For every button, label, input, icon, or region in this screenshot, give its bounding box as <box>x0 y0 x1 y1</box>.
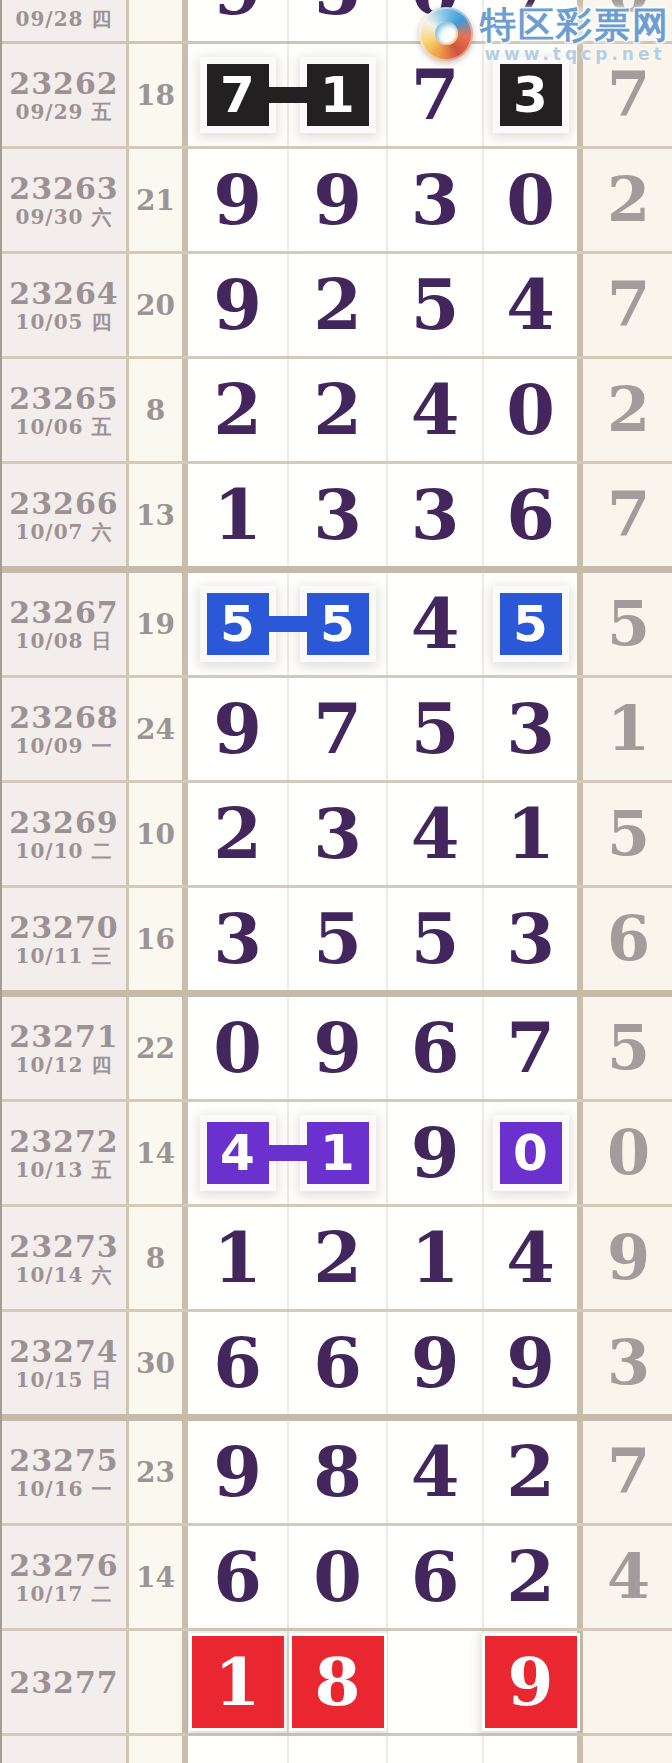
span-count-cell: 19 <box>129 573 188 675</box>
draw-date: 10/10 二 <box>16 839 113 863</box>
issue-number: 23265 <box>9 382 118 415</box>
digit-cell: 0 <box>484 149 583 251</box>
chart-row: 2327510/16 一2398427 <box>2 1421 672 1526</box>
digit-cell: 7 <box>289 678 388 780</box>
tail-digit: 3 <box>607 1332 650 1394</box>
digit-cell: 3 <box>484 44 583 146</box>
digit-cell: 2 <box>188 359 289 461</box>
tail-digit: 0 <box>607 1122 650 1184</box>
digit-cell: 2 <box>484 1421 583 1523</box>
chart-row: 2327110/12 四2209675 <box>2 997 672 1102</box>
winning-digit: 6 <box>213 1328 262 1398</box>
tail-digit-cell: 2 <box>583 149 672 251</box>
chart-row: 2326510/06 五822402 <box>2 359 672 464</box>
tail-digit: 5 <box>607 593 650 655</box>
digit-cell: 6 <box>388 1526 484 1628</box>
chart-row: 2326209/29 五1871737 <box>2 44 672 149</box>
digit-cell: 0 <box>388 0 484 41</box>
chart-row: 2326610/07 六1313367 <box>2 464 672 573</box>
span-count-cell: 8 <box>129 359 188 461</box>
chart-row: 2327010/11 三1635536 <box>2 888 672 997</box>
issue-number: 23271 <box>9 1020 118 1053</box>
issue-cell: 2327110/12 四 <box>2 997 129 1099</box>
tail-digit-cell: 4 <box>583 1526 672 1628</box>
winning-digit: 6 <box>313 1328 362 1398</box>
highlight-violet-square: 4 <box>207 1122 269 1184</box>
digit-cell: 9 <box>484 1312 583 1414</box>
tail-digit-cell: 7 <box>583 254 672 356</box>
chart-row: 2326910/10 二1023415 <box>2 783 672 888</box>
span-count: 8 <box>146 1242 165 1275</box>
span-count-cell <box>129 1631 188 1733</box>
tail-digit-cell: 0 <box>583 1102 672 1204</box>
span-count-cell: 21 <box>129 149 188 251</box>
digit-cell: 5 <box>484 573 583 675</box>
winning-digit: 2 <box>313 375 362 445</box>
digit-cell: 0 <box>289 1526 388 1628</box>
span-count-cell: 23 <box>129 1421 188 1523</box>
winning-digit: 0 <box>213 1013 262 1083</box>
tail-digit-cell: 5 <box>583 573 672 675</box>
issue-cell: 2327210/13 五 <box>2 1102 129 1204</box>
digit-cell: 4 <box>388 359 484 461</box>
span-count-cell: 10 <box>129 783 188 885</box>
digit-cell: 5 <box>388 254 484 356</box>
tail-digit: 7 <box>607 64 650 126</box>
issue-number: 23267 <box>9 596 118 629</box>
digit-cell <box>388 1631 484 1733</box>
draw-date: 10/05 四 <box>16 310 113 334</box>
digit-cell: 8 <box>289 1631 388 1733</box>
winning-digit: 2 <box>506 1542 555 1612</box>
winning-digit: 0 <box>506 165 555 235</box>
issue-number: 23274 <box>9 1335 118 1368</box>
winning-digit: 6 <box>411 1013 460 1083</box>
winning-digit: 1 <box>506 799 555 869</box>
issue-number: 23266 <box>9 487 118 520</box>
draw-date: 10/16 一 <box>16 1477 113 1501</box>
span-count-cell: 14 <box>129 1102 188 1204</box>
tail-digit: 0 <box>607 0 650 21</box>
winning-digit: 4 <box>411 589 460 659</box>
tail-digit-cell: 7 <box>583 1421 672 1523</box>
issue-cell <box>2 1736 129 1763</box>
winning-digit: 0 <box>506 375 555 445</box>
winning-digit: 3 <box>213 904 262 974</box>
issue-number: 23272 <box>9 1125 118 1158</box>
span-count-cell: 22 <box>129 997 188 1099</box>
issue-cell: 2327510/16 一 <box>2 1421 129 1523</box>
tail-digit-cell: 7 <box>583 44 672 146</box>
issue-number: 23264 <box>9 277 118 310</box>
winning-digit: 9 <box>313 1013 362 1083</box>
issue-number: 23273 <box>9 1230 118 1263</box>
issue-number: 23276 <box>9 1549 118 1582</box>
digit-cell <box>188 1736 289 1763</box>
winning-digit: 2 <box>213 375 262 445</box>
span-count: 10 <box>136 818 175 851</box>
digit-cell: 1 <box>188 464 289 566</box>
draw-date: 10/14 六 <box>16 1263 113 1287</box>
span-count: 20 <box>136 289 175 322</box>
highlight-black-square: 3 <box>500 64 562 126</box>
digit-cell: 0 <box>188 997 289 1099</box>
tail-digit-cell <box>583 1631 672 1733</box>
winning-digit: 6 <box>411 1542 460 1612</box>
digit-cell: 4 <box>484 1207 583 1309</box>
issue-number: 23277 <box>9 1666 118 1699</box>
digit-cell: 9 <box>289 997 388 1099</box>
span-count: 22 <box>136 1032 175 1065</box>
tail-digit: 2 <box>607 379 650 441</box>
digit-cell: 0 <box>484 359 583 461</box>
span-count-cell: 30 <box>129 1312 188 1414</box>
draw-date: 10/08 日 <box>16 629 113 653</box>
tail-digit-cell: 0 <box>583 0 672 41</box>
tail-digit: 7 <box>607 1441 650 1503</box>
chart-row: 2327610/17 二1460624 <box>2 1526 672 1631</box>
draw-date: 10/09 一 <box>16 734 113 758</box>
digit-cell: 5 <box>289 888 388 990</box>
winning-digit: 3 <box>411 480 460 550</box>
tail-digit: 2 <box>607 169 650 231</box>
chart-row: 2326810/09 一2497531 <box>2 678 672 783</box>
digit-cell: 3 <box>388 149 484 251</box>
issue-cell: 2326810/09 一 <box>2 678 129 780</box>
issue-cell: 2326309/30 六 <box>2 149 129 251</box>
issue-number: 23269 <box>9 806 118 839</box>
issue-cell: 2327610/17 二 <box>2 1526 129 1628</box>
digit-cell: 6 <box>188 1312 289 1414</box>
issue-number: 23270 <box>9 911 118 944</box>
digit-cell <box>484 1736 583 1763</box>
chart-row: 2326410/05 四2092547 <box>2 254 672 359</box>
winning-digit: 3 <box>411 165 460 235</box>
chart-row: 23277189 <box>2 1631 672 1736</box>
digit-cell: 3 <box>484 888 583 990</box>
span-count: 21 <box>136 184 175 217</box>
highlight-blue-square: 5 <box>500 593 562 655</box>
tail-digit: 6 <box>607 908 650 970</box>
issue-cell: 09/28 四 <box>2 0 129 41</box>
tail-digit-cell: 9 <box>583 1207 672 1309</box>
span-count: 24 <box>136 713 175 746</box>
digit-cell: 9 <box>289 149 388 251</box>
issue-cell: 2326209/29 五 <box>2 44 129 146</box>
winning-digit: 9 <box>213 165 262 235</box>
digit-cell: 2 <box>289 359 388 461</box>
draw-date: 10/07 六 <box>16 520 113 544</box>
winning-digit: 7 <box>506 0 555 25</box>
highlight-blue-square: 5 <box>207 593 269 655</box>
digit-cell: 5 <box>388 888 484 990</box>
winning-digit: 9 <box>213 270 262 340</box>
winning-digit: 5 <box>313 904 362 974</box>
winning-digit: 3 <box>506 694 555 764</box>
draw-date: 10/15 日 <box>16 1368 113 1392</box>
issue-cell: 2326510/06 五 <box>2 359 129 461</box>
draw-date: 10/06 五 <box>16 415 113 439</box>
issue-cell: 2327410/15 日 <box>2 1312 129 1414</box>
digit-cell <box>289 1736 388 1763</box>
issue-cell: 2327010/11 三 <box>2 888 129 990</box>
winning-digit: 0 <box>313 1542 362 1612</box>
issue-cell: 2326410/05 四 <box>2 254 129 356</box>
span-count: 13 <box>136 499 175 532</box>
highlight-black-square: 7 <box>207 64 269 126</box>
tail-digit: 5 <box>607 1017 650 1079</box>
chart-row: 2327210/13 五1441900 <box>2 1102 672 1207</box>
tail-digit: 7 <box>607 484 650 546</box>
red-highlight-block: 9 <box>485 1636 577 1728</box>
issue-number: 23262 <box>9 67 118 100</box>
connector-dash <box>262 87 318 103</box>
winning-digit: 4 <box>506 1223 555 1293</box>
winning-digit: 3 <box>313 799 362 869</box>
winning-digit: 4 <box>411 799 460 869</box>
winning-digit: 1 <box>213 1223 262 1293</box>
digit-cell: 5 <box>289 0 388 41</box>
tail-digit-cell: 7 <box>583 464 672 566</box>
digit-cell <box>388 1736 484 1763</box>
issue-number: 23263 <box>9 172 118 205</box>
chart-row <box>2 1736 672 1763</box>
winning-digit: 2 <box>213 799 262 869</box>
winning-digit: 6 <box>213 1542 262 1612</box>
digit-cell: 6 <box>388 997 484 1099</box>
digit-cell: 3 <box>289 464 388 566</box>
digit-cell: 4 <box>388 573 484 675</box>
digit-cell: 6 <box>484 464 583 566</box>
tail-digit-cell: 5 <box>583 783 672 885</box>
span-count-cell: 24 <box>129 678 188 780</box>
winning-digit: 8 <box>313 1437 362 1507</box>
red-highlight-block: 1 <box>192 1636 284 1728</box>
digit-cell: 4 <box>388 783 484 885</box>
issue-cell: 2326910/10 二 <box>2 783 129 885</box>
chart-row: 2327310/14 六812149 <box>2 1207 672 1312</box>
issue-cell: 2326610/07 六 <box>2 464 129 566</box>
digit-cell: 3 <box>388 464 484 566</box>
span-count-cell: 18 <box>129 44 188 146</box>
highlight-violet-square: 0 <box>500 1122 562 1184</box>
issue-number: 23268 <box>9 701 118 734</box>
lottery-trend-chart: 09/28 四950702326209/29 五18717372326309/3… <box>0 0 672 1763</box>
span-count: 18 <box>136 79 175 112</box>
digit-cell: 9 <box>388 1102 484 1204</box>
digit-cell: 9 <box>388 1312 484 1414</box>
chart-row: 09/28 四95070 <box>2 0 672 44</box>
winning-digit: 3 <box>313 480 362 550</box>
winning-digit: 5 <box>411 270 460 340</box>
winning-digit: 5 <box>411 904 460 974</box>
winning-digit: 2 <box>506 1437 555 1507</box>
winning-digit: 9 <box>213 0 262 25</box>
span-count-cell: 13 <box>129 464 188 566</box>
winning-digit: 9 <box>411 1118 460 1188</box>
span-count-cell: 20 <box>129 254 188 356</box>
span-count: 14 <box>136 1561 175 1594</box>
digit-cell: 9 <box>188 0 289 41</box>
span-count: 14 <box>136 1137 175 1170</box>
span-count: 8 <box>146 394 165 427</box>
draw-date: 10/17 二 <box>16 1582 113 1606</box>
digit-cell: 9 <box>188 149 289 251</box>
digit-cell: 9 <box>188 1421 289 1523</box>
digit-cell: 2 <box>484 1526 583 1628</box>
span-count-cell <box>129 0 188 41</box>
digit-cell: 1 <box>388 1207 484 1309</box>
digit-cell: 7 <box>484 0 583 41</box>
issue-cell: 2327310/14 六 <box>2 1207 129 1309</box>
draw-date: 09/30 六 <box>16 205 113 229</box>
tail-digit-cell: 6 <box>583 888 672 990</box>
tail-digit-cell: 1 <box>583 678 672 780</box>
tail-digit-cell: 5 <box>583 997 672 1099</box>
digit-cell: 9 <box>188 254 289 356</box>
connector-dash <box>262 1145 318 1161</box>
winning-digit: 4 <box>411 1437 460 1507</box>
digit-cell: 0 <box>484 1102 583 1204</box>
digit-cell: 7 <box>484 997 583 1099</box>
chart-row: 2326309/30 六2199302 <box>2 149 672 254</box>
digit-cell: 9 <box>188 678 289 780</box>
digit-cell: 4 <box>388 1421 484 1523</box>
winning-digit: 4 <box>506 270 555 340</box>
digit-cell: 3 <box>289 783 388 885</box>
winning-digit: 2 <box>313 270 362 340</box>
tail-digit: 7 <box>607 274 650 336</box>
tail-digit: 9 <box>607 1227 650 1289</box>
winning-digit: 1 <box>213 480 262 550</box>
chart-rows: 09/28 四950702326209/29 五18717372326309/3… <box>2 0 672 1763</box>
digit-cell: 3 <box>188 888 289 990</box>
digit-cell: 2 <box>289 1207 388 1309</box>
winning-digit: 6 <box>506 480 555 550</box>
draw-date: 09/28 四 <box>16 7 113 31</box>
digit-cell: 2 <box>188 783 289 885</box>
draw-date: 10/12 四 <box>16 1053 113 1077</box>
span-count: 23 <box>136 1456 175 1489</box>
tail-digit: 1 <box>607 698 650 760</box>
winning-digit: 7 <box>313 694 362 764</box>
digit-cell: 1 <box>188 1207 289 1309</box>
digit-cell: 1 <box>188 1631 289 1733</box>
winning-digit: 5 <box>411 694 460 764</box>
tail-digit: 5 <box>607 803 650 865</box>
winning-digit: 9 <box>313 165 362 235</box>
winning-digit: 7 <box>411 60 460 130</box>
tail-digit-cell: 3 <box>583 1312 672 1414</box>
chart-row: 2326710/08 日1955455 <box>2 573 672 678</box>
span-count-cell: 8 <box>129 1207 188 1309</box>
winning-digit: 9 <box>213 1437 262 1507</box>
draw-date: 09/29 五 <box>16 100 113 124</box>
draw-date: 10/11 三 <box>16 944 113 968</box>
winning-digit: 5 <box>313 0 362 25</box>
winning-digit: 2 <box>313 1223 362 1293</box>
tail-digit-cell: 2 <box>583 359 672 461</box>
digit-cell: 5 <box>388 678 484 780</box>
issue-cell: 23277 <box>2 1631 129 1733</box>
connector-dash <box>262 616 318 632</box>
span-count-cell: 14 <box>129 1526 188 1628</box>
digit-cell: 7 <box>388 44 484 146</box>
winning-digit: 9 <box>506 1328 555 1398</box>
digit-cell: 8 <box>289 1421 388 1523</box>
span-count: 19 <box>136 608 175 641</box>
issue-cell: 2326710/08 日 <box>2 573 129 675</box>
winning-digit: 0 <box>411 0 460 25</box>
digit-cell: 3 <box>484 678 583 780</box>
winning-digit: 3 <box>506 904 555 974</box>
digit-cell: 4 <box>484 254 583 356</box>
winning-digit: 9 <box>213 694 262 764</box>
red-highlight-block: 8 <box>292 1636 384 1728</box>
digit-cell: 2 <box>289 254 388 356</box>
digit-cell: 9 <box>484 1631 583 1733</box>
issue-number: 23275 <box>9 1444 118 1477</box>
digit-cell: 6 <box>289 1312 388 1414</box>
winning-digit: 7 <box>506 1013 555 1083</box>
span-count: 16 <box>136 923 175 956</box>
winning-digit: 9 <box>411 1328 460 1398</box>
chart-row: 2327410/15 日3066993 <box>2 1312 672 1421</box>
span-count-cell: 16 <box>129 888 188 990</box>
digit-cell: 6 <box>188 1526 289 1628</box>
draw-date: 10/13 五 <box>16 1158 113 1182</box>
winning-digit: 4 <box>411 375 460 445</box>
span-count: 30 <box>136 1347 175 1380</box>
tail-digit: 4 <box>607 1546 650 1608</box>
span-count-cell <box>129 1736 188 1763</box>
digit-cell: 1 <box>484 783 583 885</box>
winning-digit: 1 <box>411 1223 460 1293</box>
tail-digit-cell <box>583 1736 672 1763</box>
